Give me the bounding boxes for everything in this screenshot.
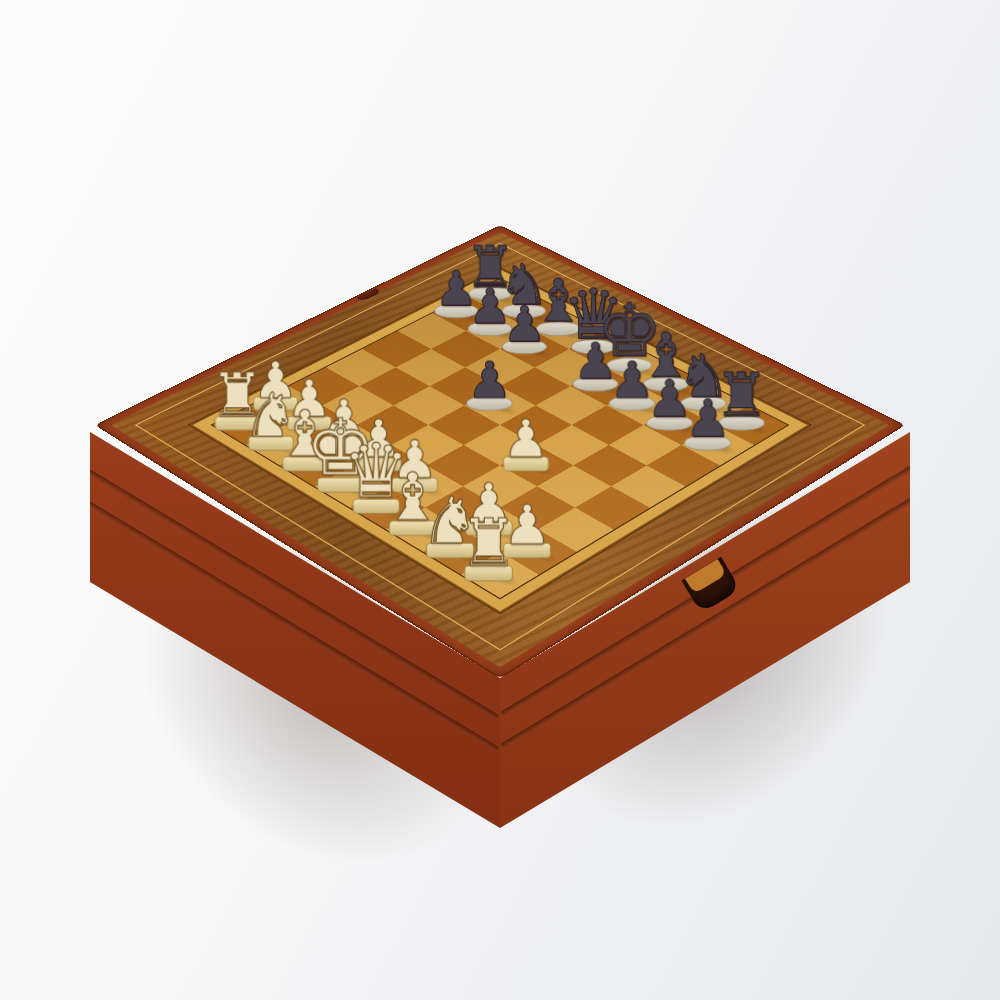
- piece-black-pawn-h7-legionary[interactable]: ♟: [671, 344, 743, 451]
- board-plane: ♜♞♝♛♚♝♞♜♟♟♟♟♟♟♟♟♟♟♟♟♟♟♟♟♜♞♝♚♛♝♞♜: [95, 225, 906, 679]
- board-perspective-wrap: ♜♞♝♛♚♝♞♜♟♟♟♟♟♟♟♟♟♟♟♟♟♟♟♟♜♞♝♚♛♝♞♜: [0, 0, 1000, 1000]
- black-pawn-glyph-icon: ♟: [671, 394, 743, 445]
- product-photo-scene: ♜♞♝♛♚♝♞♜♟♟♟♟♟♟♟♟♟♟♟♟♟♟♟♟♜♞♝♚♛♝♞♜: [0, 0, 1000, 1000]
- piece-white-rook-h1-obelisk[interactable]: ♜: [450, 467, 527, 581]
- white-rook-glyph-icon: ♜: [450, 510, 527, 575]
